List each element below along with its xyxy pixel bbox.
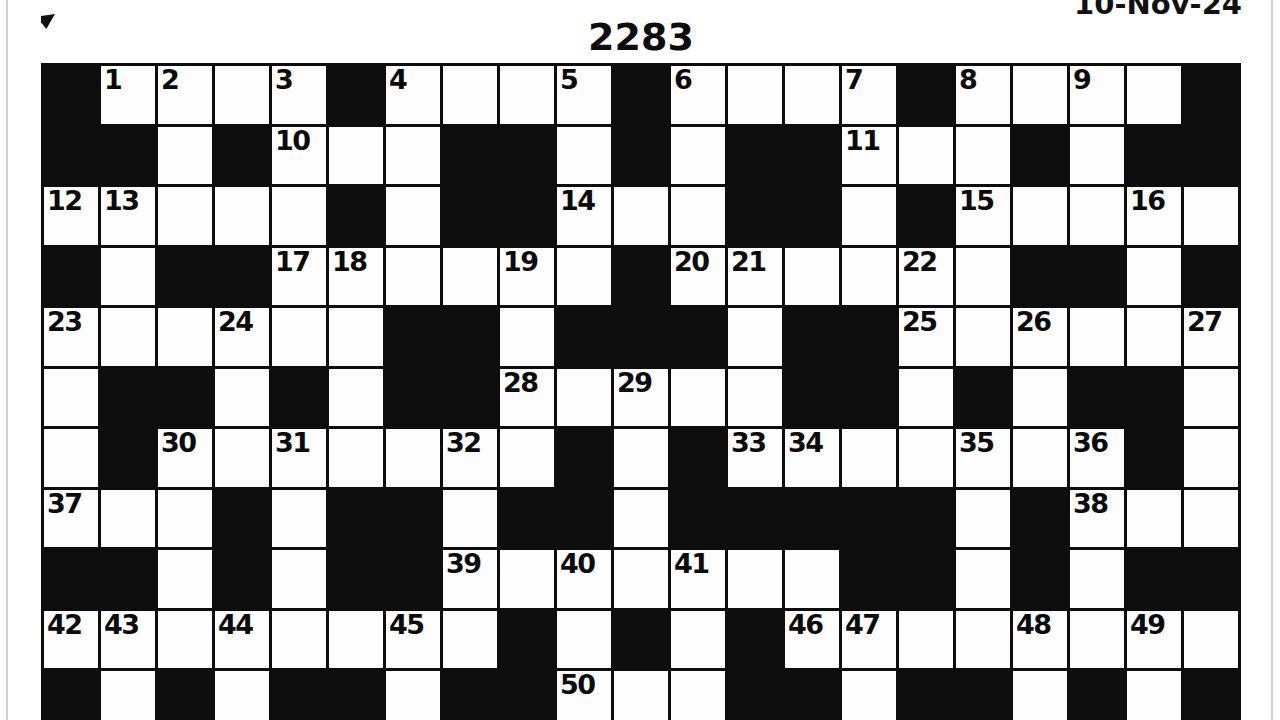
clue-number-40: 40 — [560, 550, 595, 578]
cell-r5c14 — [785, 308, 839, 366]
cell-r7c2 — [101, 429, 155, 487]
clue-number-47: 47 — [845, 611, 880, 639]
clue-number-36: 36 — [1073, 429, 1108, 457]
cell-r8c20[interactable] — [1127, 490, 1181, 548]
cell-r9c12[interactable]: 41 — [671, 550, 725, 608]
cell-r5c19[interactable] — [1070, 308, 1124, 366]
cell-r5c3[interactable] — [158, 308, 212, 366]
cell-r2c20 — [1127, 127, 1181, 185]
cell-r1c7[interactable]: 4 — [386, 66, 440, 124]
cell-r8c3[interactable] — [158, 490, 212, 548]
cell-r2c7[interactable] — [386, 127, 440, 185]
cell-r2c13 — [728, 127, 782, 185]
cell-r5c1[interactable]: 23 — [44, 308, 98, 366]
cell-r2c15[interactable]: 11 — [842, 127, 896, 185]
cell-r3c7[interactable] — [386, 187, 440, 245]
cell-r3c10[interactable]: 14 — [557, 187, 611, 245]
cell-r10c10[interactable] — [557, 611, 611, 669]
cell-r4c16[interactable]: 22 — [899, 248, 953, 306]
cell-r8c18 — [1013, 490, 1067, 548]
clue-number-9: 9 — [1073, 66, 1090, 94]
cell-r3c8 — [443, 187, 497, 245]
cell-r6c9[interactable]: 28 — [500, 369, 554, 427]
cell-r10c4[interactable]: 44 — [215, 611, 269, 669]
cell-r11c9 — [500, 671, 554, 720]
cell-r1c9[interactable] — [500, 66, 554, 124]
cell-r11c7[interactable] — [386, 671, 440, 720]
cell-r7c15[interactable] — [842, 429, 896, 487]
cell-r6c18[interactable] — [1013, 369, 1067, 427]
clue-number-39: 39 — [446, 550, 481, 578]
cell-r3c6 — [329, 187, 383, 245]
cell-r1c6 — [329, 66, 383, 124]
cell-r11c16 — [899, 671, 953, 720]
cell-r3c21[interactable] — [1184, 187, 1238, 245]
cell-r8c11[interactable] — [614, 490, 668, 548]
clue-number-6: 6 — [674, 66, 691, 94]
cell-r9c2 — [101, 550, 155, 608]
cell-r1c14[interactable] — [785, 66, 839, 124]
clue-number-35: 35 — [959, 429, 994, 457]
cell-r11c5 — [272, 671, 326, 720]
cell-r1c19[interactable]: 9 — [1070, 66, 1124, 124]
cell-r1c18[interactable] — [1013, 66, 1067, 124]
cell-r2c4 — [215, 127, 269, 185]
cell-r10c8[interactable] — [443, 611, 497, 669]
cell-r8c2[interactable] — [101, 490, 155, 548]
cell-r4c4 — [215, 248, 269, 306]
cell-r4c20[interactable] — [1127, 248, 1181, 306]
cell-r5c16[interactable]: 25 — [899, 308, 953, 366]
cell-r11c10[interactable]: 50 — [557, 671, 611, 720]
cell-r9c20 — [1127, 550, 1181, 608]
cell-r11c4[interactable] — [215, 671, 269, 720]
cell-r3c5[interactable] — [272, 187, 326, 245]
cell-r5c4[interactable]: 24 — [215, 308, 269, 366]
cell-r6c7 — [386, 369, 440, 427]
cell-r9c16 — [899, 550, 953, 608]
cell-r2c19[interactable] — [1070, 127, 1124, 185]
cell-r3c18[interactable] — [1013, 187, 1067, 245]
cell-r4c11 — [614, 248, 668, 306]
cell-r11c20[interactable] — [1127, 671, 1181, 720]
cell-r7c5[interactable]: 31 — [272, 429, 326, 487]
puzzle-number-title: 2283 — [41, 17, 1241, 57]
cell-r7c3[interactable]: 30 — [158, 429, 212, 487]
clue-number-16: 16 — [1130, 187, 1165, 215]
cell-r1c11 — [614, 66, 668, 124]
cell-r7c4[interactable] — [215, 429, 269, 487]
clue-number-26: 26 — [1016, 308, 1051, 336]
cell-r9c8[interactable]: 39 — [443, 550, 497, 608]
cell-r10c5[interactable] — [272, 611, 326, 669]
cell-r6c6[interactable] — [329, 369, 383, 427]
cell-r6c15 — [842, 369, 896, 427]
cell-r4c19 — [1070, 248, 1124, 306]
cell-r6c2 — [101, 369, 155, 427]
cell-r5c17[interactable] — [956, 308, 1010, 366]
cell-r4c5[interactable]: 17 — [272, 248, 326, 306]
clue-number-46: 46 — [788, 611, 823, 639]
cell-r6c16[interactable] — [899, 369, 953, 427]
cell-r6c12[interactable] — [671, 369, 725, 427]
cell-r2c11 — [614, 127, 668, 185]
cell-r6c19 — [1070, 369, 1124, 427]
cell-r8c16 — [899, 490, 953, 548]
cell-r8c14 — [785, 490, 839, 548]
clue-number-15: 15 — [959, 187, 994, 215]
cell-r5c13[interactable] — [728, 308, 782, 366]
clue-number-8: 8 — [959, 66, 976, 94]
cell-r5c8 — [443, 308, 497, 366]
cell-r6c14 — [785, 369, 839, 427]
cell-r6c11[interactable]: 29 — [614, 369, 668, 427]
cell-r3c19[interactable] — [1070, 187, 1124, 245]
cell-r9c14[interactable] — [785, 550, 839, 608]
cell-r10c20[interactable]: 49 — [1127, 611, 1181, 669]
cell-r5c12 — [671, 308, 725, 366]
clue-number-32: 32 — [446, 429, 481, 457]
cell-r6c5 — [272, 369, 326, 427]
cell-r10c2[interactable]: 43 — [101, 611, 155, 669]
clue-number-38: 38 — [1073, 490, 1108, 518]
cell-r11c12[interactable] — [671, 671, 725, 720]
cell-r3c1[interactable]: 12 — [44, 187, 98, 245]
cell-r9c15 — [842, 550, 896, 608]
clue-number-11: 11 — [845, 127, 880, 155]
cell-r7c11[interactable] — [614, 429, 668, 487]
cell-r1c20[interactable] — [1127, 66, 1181, 124]
cell-r1c15[interactable]: 7 — [842, 66, 896, 124]
cell-r8c21[interactable] — [1184, 490, 1238, 548]
cell-r8c6 — [329, 490, 383, 548]
cell-r10c21[interactable] — [1184, 611, 1238, 669]
cell-r4c2[interactable] — [101, 248, 155, 306]
clue-number-12: 12 — [47, 187, 82, 215]
cell-r7c17[interactable]: 35 — [956, 429, 1010, 487]
cell-r2c8 — [443, 127, 497, 185]
cell-r9c5[interactable] — [272, 550, 326, 608]
cell-r6c17 — [956, 369, 1010, 427]
cell-r10c19[interactable] — [1070, 611, 1124, 669]
clue-number-4: 4 — [389, 66, 406, 94]
cell-r7c21[interactable] — [1184, 429, 1238, 487]
cell-r10c13 — [728, 611, 782, 669]
clue-number-19: 19 — [503, 248, 538, 276]
cell-r1c12[interactable]: 6 — [671, 66, 725, 124]
clue-number-29: 29 — [617, 369, 652, 397]
cell-r2c5[interactable]: 10 — [272, 127, 326, 185]
cell-r8c7 — [386, 490, 440, 548]
cell-r11c15[interactable] — [842, 671, 896, 720]
cell-r5c20[interactable] — [1127, 308, 1181, 366]
cell-r2c12[interactable] — [671, 127, 725, 185]
cell-r8c19[interactable]: 38 — [1070, 490, 1124, 548]
cell-r8c10 — [557, 490, 611, 548]
cell-r5c6[interactable] — [329, 308, 383, 366]
cell-r2c2 — [101, 127, 155, 185]
cell-r4c21 — [1184, 248, 1238, 306]
cell-r2c21 — [1184, 127, 1238, 185]
clue-number-30: 30 — [161, 429, 196, 457]
cell-r5c11 — [614, 308, 668, 366]
cell-r6c10[interactable] — [557, 369, 611, 427]
cell-r2c6[interactable] — [329, 127, 383, 185]
cell-r6c3 — [158, 369, 212, 427]
cell-r2c9 — [500, 127, 554, 185]
clue-number-33: 33 — [731, 429, 766, 457]
clue-number-28: 28 — [503, 369, 538, 397]
cell-r10c12[interactable] — [671, 611, 725, 669]
cell-r7c7[interactable] — [386, 429, 440, 487]
cell-r11c21 — [1184, 671, 1238, 720]
clue-number-10: 10 — [275, 127, 310, 155]
cell-r8c4 — [215, 490, 269, 548]
cell-r7c16[interactable] — [899, 429, 953, 487]
cell-r7c20 — [1127, 429, 1181, 487]
cell-r8c8[interactable] — [443, 490, 497, 548]
cell-r11c2[interactable] — [101, 671, 155, 720]
cell-r3c20[interactable]: 16 — [1127, 187, 1181, 245]
cell-r8c9 — [500, 490, 554, 548]
clue-number-7: 7 — [845, 66, 862, 94]
cell-r8c5[interactable] — [272, 490, 326, 548]
cell-r6c1[interactable] — [44, 369, 98, 427]
cell-r6c13[interactable] — [728, 369, 782, 427]
cell-r4c13[interactable]: 21 — [728, 248, 782, 306]
cell-r9c21 — [1184, 550, 1238, 608]
cell-r8c12 — [671, 490, 725, 548]
cell-r2c3[interactable] — [158, 127, 212, 185]
cell-r9c4 — [215, 550, 269, 608]
clue-number-48: 48 — [1016, 611, 1051, 639]
cell-r5c7 — [386, 308, 440, 366]
cell-r8c17[interactable] — [956, 490, 1010, 548]
cell-r11c11[interactable] — [614, 671, 668, 720]
cell-r7c10 — [557, 429, 611, 487]
cell-r1c10[interactable]: 5 — [557, 66, 611, 124]
cell-r3c15[interactable] — [842, 187, 896, 245]
cell-r7c14[interactable]: 34 — [785, 429, 839, 487]
crossword-grid: 1234567891011121314151617181920212223242… — [41, 63, 1241, 720]
cell-r4c14[interactable] — [785, 248, 839, 306]
cell-r4c12[interactable]: 20 — [671, 248, 725, 306]
page-edge-line-left — [6, 0, 8, 720]
cell-r6c20 — [1127, 369, 1181, 427]
cell-r2c14 — [785, 127, 839, 185]
cell-r3c17[interactable]: 15 — [956, 187, 1010, 245]
cell-r1c3[interactable]: 2 — [158, 66, 212, 124]
cell-r9c18 — [1013, 550, 1067, 608]
cell-r1c13[interactable] — [728, 66, 782, 124]
cell-r1c1 — [44, 66, 98, 124]
clue-number-34: 34 — [788, 429, 823, 457]
cell-r3c16 — [899, 187, 953, 245]
cell-r8c15 — [842, 490, 896, 548]
clue-number-22: 22 — [902, 248, 937, 276]
clue-number-13: 13 — [104, 187, 139, 215]
cell-r7c19[interactable]: 36 — [1070, 429, 1124, 487]
cell-r9c10[interactable]: 40 — [557, 550, 611, 608]
cell-r4c3 — [158, 248, 212, 306]
cell-r7c12 — [671, 429, 725, 487]
clue-number-41: 41 — [674, 550, 709, 578]
cell-r4c6[interactable]: 18 — [329, 248, 383, 306]
cell-r1c5[interactable]: 3 — [272, 66, 326, 124]
cell-r2c18 — [1013, 127, 1067, 185]
cell-r4c8[interactable] — [443, 248, 497, 306]
cell-r10c7[interactable]: 45 — [386, 611, 440, 669]
page-edge-line-right — [1271, 0, 1273, 720]
clue-number-25: 25 — [902, 308, 937, 336]
cell-r3c12[interactable] — [671, 187, 725, 245]
cell-r3c14 — [785, 187, 839, 245]
cell-r11c19 — [1070, 671, 1124, 720]
clue-number-21: 21 — [731, 248, 766, 276]
clue-number-44: 44 — [218, 611, 253, 639]
clue-number-5: 5 — [560, 66, 577, 94]
cell-r2c16[interactable] — [899, 127, 953, 185]
clue-number-37: 37 — [47, 490, 82, 518]
cell-r1c8[interactable] — [443, 66, 497, 124]
clue-number-2: 2 — [161, 66, 178, 94]
cell-r5c10 — [557, 308, 611, 366]
cell-r4c10[interactable] — [557, 248, 611, 306]
cell-r2c17[interactable] — [956, 127, 1010, 185]
cell-r5c18[interactable]: 26 — [1013, 308, 1067, 366]
cell-r11c14 — [785, 671, 839, 720]
cell-r4c17[interactable] — [956, 248, 1010, 306]
cell-r11c13 — [728, 671, 782, 720]
clue-number-18: 18 — [332, 248, 367, 276]
cell-r3c3[interactable] — [158, 187, 212, 245]
cell-r4c18 — [1013, 248, 1067, 306]
cell-r4c9[interactable]: 19 — [500, 248, 554, 306]
cell-r2c10[interactable] — [557, 127, 611, 185]
cell-r9c17[interactable] — [956, 550, 1010, 608]
cell-r2c1 — [44, 127, 98, 185]
cell-r9c9[interactable] — [500, 550, 554, 608]
cell-r8c1[interactable]: 37 — [44, 490, 98, 548]
cell-r9c6 — [329, 550, 383, 608]
puzzle-date: 10-Nov-24 — [1074, 0, 1242, 21]
cell-r4c1 — [44, 248, 98, 306]
cell-r11c18[interactable] — [1013, 671, 1067, 720]
cell-r7c8[interactable]: 32 — [443, 429, 497, 487]
clue-number-3: 3 — [275, 66, 292, 94]
cell-r5c2[interactable] — [101, 308, 155, 366]
cell-r9c13[interactable] — [728, 550, 782, 608]
cell-r10c9 — [500, 611, 554, 669]
clue-number-49: 49 — [1130, 611, 1165, 639]
cell-r8c13 — [728, 490, 782, 548]
cell-r1c21 — [1184, 66, 1238, 124]
cell-r10c11 — [614, 611, 668, 669]
clue-number-17: 17 — [275, 248, 310, 276]
clue-number-27: 27 — [1187, 308, 1222, 336]
clue-number-50: 50 — [560, 671, 595, 699]
cell-r10c1[interactable]: 42 — [44, 611, 98, 669]
cell-r6c21[interactable] — [1184, 369, 1238, 427]
cell-r7c1[interactable] — [44, 429, 98, 487]
clue-number-14: 14 — [560, 187, 595, 215]
cell-r1c16 — [899, 66, 953, 124]
cell-r5c15 — [842, 308, 896, 366]
clue-number-20: 20 — [674, 248, 709, 276]
cell-r7c18[interactable] — [1013, 429, 1067, 487]
cell-r11c8 — [443, 671, 497, 720]
cell-r10c15[interactable]: 47 — [842, 611, 896, 669]
cell-r10c6[interactable] — [329, 611, 383, 669]
cell-r7c9[interactable] — [500, 429, 554, 487]
cell-r1c17[interactable]: 8 — [956, 66, 1010, 124]
cell-r1c2[interactable]: 1 — [101, 66, 155, 124]
cell-r9c1 — [44, 550, 98, 608]
cell-r4c7[interactable] — [386, 248, 440, 306]
cell-r10c17[interactable] — [956, 611, 1010, 669]
cell-r9c19[interactable] — [1070, 550, 1124, 608]
clue-number-1: 1 — [104, 66, 121, 94]
cell-r11c17 — [956, 671, 1010, 720]
cell-r1c4[interactable] — [215, 66, 269, 124]
cell-r7c6[interactable] — [329, 429, 383, 487]
cell-r5c5[interactable] — [272, 308, 326, 366]
cell-r3c13 — [728, 187, 782, 245]
clue-number-45: 45 — [389, 611, 424, 639]
cell-r9c7 — [386, 550, 440, 608]
clue-number-23: 23 — [47, 308, 82, 336]
cell-r11c1 — [44, 671, 98, 720]
cell-r10c3[interactable] — [158, 611, 212, 669]
cell-r10c16[interactable] — [899, 611, 953, 669]
cell-r11c6 — [329, 671, 383, 720]
cell-r3c9 — [500, 187, 554, 245]
clue-number-43: 43 — [104, 611, 139, 639]
cell-r10c14[interactable]: 46 — [785, 611, 839, 669]
cell-r5c9[interactable] — [500, 308, 554, 366]
cell-r11c3 — [158, 671, 212, 720]
cell-r6c4[interactable] — [215, 369, 269, 427]
clue-number-31: 31 — [275, 429, 310, 457]
cell-r9c3[interactable] — [158, 550, 212, 608]
clue-number-42: 42 — [47, 611, 82, 639]
cell-r7c13[interactable]: 33 — [728, 429, 782, 487]
cell-r4c15[interactable] — [842, 248, 896, 306]
cell-r6c8 — [443, 369, 497, 427]
clue-number-24: 24 — [218, 308, 253, 336]
cell-r5c21[interactable]: 27 — [1184, 308, 1238, 366]
cell-r10c18[interactable]: 48 — [1013, 611, 1067, 669]
cell-r9c11[interactable] — [614, 550, 668, 608]
cell-r3c2[interactable]: 13 — [101, 187, 155, 245]
cell-r3c11[interactable] — [614, 187, 668, 245]
cell-r3c4[interactable] — [215, 187, 269, 245]
